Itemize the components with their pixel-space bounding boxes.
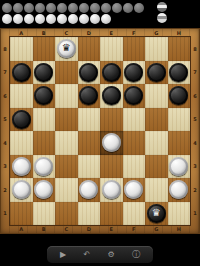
square-e6[interactable] — [100, 84, 123, 108]
info-button[interactable]: ⓘ — [132, 251, 140, 259]
white-man-token — [46, 14, 56, 24]
square-b8[interactable] — [33, 37, 56, 61]
square-h3[interactable] — [168, 155, 191, 179]
square-f7[interactable] — [123, 61, 146, 85]
file-label-b: B — [33, 225, 56, 233]
square-f6[interactable] — [123, 84, 146, 108]
white-man-token — [90, 14, 100, 24]
white-men-counter — [2, 14, 111, 24]
square-e7[interactable] — [100, 61, 123, 85]
king-counters — [157, 2, 167, 23]
black-man[interactable] — [102, 86, 121, 105]
black-man-token — [123, 3, 133, 13]
square-c2[interactable] — [55, 178, 78, 202]
rank-label-7: 7 — [1, 61, 9, 85]
white-man-token — [2, 14, 12, 24]
square-c3[interactable] — [55, 155, 78, 179]
square-e4[interactable] — [100, 131, 123, 155]
square-f3[interactable] — [123, 155, 146, 179]
square-h6[interactable] — [168, 84, 191, 108]
black-man-token — [101, 3, 111, 13]
square-g7[interactable] — [145, 61, 168, 85]
rank-label-5: 5 — [1, 108, 9, 132]
square-a1[interactable] — [10, 202, 33, 226]
rank-label-8: 8 — [191, 37, 199, 61]
square-a4[interactable] — [10, 131, 33, 155]
square-f2[interactable] — [123, 178, 146, 202]
piece-count-tray — [0, 0, 200, 27]
square-a8[interactable] — [10, 37, 33, 61]
square-c4[interactable] — [55, 131, 78, 155]
square-g5[interactable] — [145, 108, 168, 132]
rank-label-1: 1 — [1, 202, 9, 226]
undo-icon: ↶ — [83, 251, 90, 259]
white-man-token — [101, 14, 111, 24]
board-grid: ♛♛ — [10, 37, 190, 225]
square-c6[interactable] — [55, 84, 78, 108]
white-man[interactable] — [102, 180, 121, 199]
black-man[interactable] — [79, 86, 98, 105]
white-man[interactable] — [169, 157, 188, 176]
square-f1[interactable] — [123, 202, 146, 226]
file-label-e: E — [100, 225, 123, 233]
play-icon: ▶ — [60, 251, 66, 259]
black-man[interactable] — [102, 63, 121, 82]
file-label-a: A — [10, 29, 33, 37]
square-d6[interactable] — [78, 84, 101, 108]
file-labels-bottom: ABCDEFGH — [10, 225, 190, 233]
square-e8[interactable] — [100, 37, 123, 61]
file-label-c: C — [55, 225, 78, 233]
white-man[interactable] — [124, 180, 143, 199]
black-man-token — [134, 3, 144, 13]
black-man[interactable] — [34, 86, 53, 105]
file-label-c: C — [55, 29, 78, 37]
black-man[interactable] — [169, 63, 188, 82]
square-e2[interactable] — [100, 178, 123, 202]
black-men-counter — [2, 3, 144, 13]
square-d2[interactable] — [78, 178, 101, 202]
square-a6[interactable] — [10, 84, 33, 108]
black-man[interactable] — [12, 63, 31, 82]
rank-label-7: 7 — [191, 61, 199, 85]
black-man-token — [46, 3, 56, 13]
square-d3[interactable] — [78, 155, 101, 179]
settings-button[interactable]: ⚙ — [107, 251, 114, 259]
info-icon: ⓘ — [132, 251, 140, 259]
square-e1[interactable] — [100, 202, 123, 226]
square-d7[interactable] — [78, 61, 101, 85]
rank-label-8: 8 — [1, 37, 9, 61]
square-b2[interactable] — [33, 178, 56, 202]
black-man-token — [90, 3, 100, 13]
black-man[interactable] — [12, 110, 31, 129]
rank-label-3: 3 — [1, 155, 9, 179]
black-man-token — [57, 3, 67, 13]
black-man-token — [24, 3, 34, 13]
square-d5[interactable] — [78, 108, 101, 132]
white-man[interactable] — [34, 157, 53, 176]
black-man-token — [35, 3, 45, 13]
square-g4[interactable] — [145, 131, 168, 155]
file-label-g: G — [145, 29, 168, 37]
file-label-d: D — [78, 225, 101, 233]
black-man[interactable] — [79, 63, 98, 82]
settings-icon: ⚙ — [107, 251, 114, 259]
file-labels-top: ABCDEFGH — [10, 29, 190, 37]
square-b3[interactable] — [33, 155, 56, 179]
crown-icon: ♛ — [62, 43, 71, 53]
file-label-f: F — [123, 29, 146, 37]
white-man[interactable] — [79, 180, 98, 199]
square-e5[interactable] — [100, 108, 123, 132]
square-a2[interactable] — [10, 178, 33, 202]
rank-labels-left: 87654321 — [1, 37, 9, 225]
white-man[interactable] — [169, 180, 188, 199]
file-label-h: H — [168, 225, 191, 233]
play-button[interactable]: ▶ — [60, 251, 66, 259]
square-h1[interactable] — [168, 202, 191, 226]
black-man[interactable] — [124, 63, 143, 82]
white-man-token — [35, 14, 45, 24]
rank-label-4: 4 — [191, 131, 199, 155]
square-a7[interactable] — [10, 61, 33, 85]
rank-label-6: 6 — [1, 84, 9, 108]
white-man[interactable] — [12, 157, 31, 176]
rank-label-2: 2 — [191, 178, 199, 202]
square-g6[interactable] — [145, 84, 168, 108]
black-king[interactable]: ♛ — [147, 204, 166, 223]
white-king[interactable]: ♛ — [57, 39, 76, 58]
white-man[interactable] — [12, 180, 31, 199]
square-g3[interactable] — [145, 155, 168, 179]
square-f4[interactable] — [123, 131, 146, 155]
square-b1[interactable] — [33, 202, 56, 226]
square-f5[interactable] — [123, 108, 146, 132]
square-h5[interactable] — [168, 108, 191, 132]
square-h7[interactable] — [168, 61, 191, 85]
square-h4[interactable] — [168, 131, 191, 155]
rank-label-6: 6 — [191, 84, 199, 108]
file-label-b: B — [33, 29, 56, 37]
white-man-token — [24, 14, 34, 24]
black-man[interactable] — [34, 63, 53, 82]
square-a3[interactable] — [10, 155, 33, 179]
black-man-token — [68, 3, 78, 13]
rank-label-4: 4 — [1, 131, 9, 155]
white-man-token — [57, 14, 67, 24]
square-b5[interactable] — [33, 108, 56, 132]
black-king-token — [157, 2, 167, 12]
file-label-f: F — [123, 225, 146, 233]
board: ABCDEFGH ABCDEFGH 87654321 87654321 ♛♛ — [0, 28, 200, 234]
file-label-d: D — [78, 29, 101, 37]
square-d8[interactable] — [78, 37, 101, 61]
white-man-token — [79, 14, 89, 24]
black-man-token — [112, 3, 122, 13]
file-label-a: A — [10, 225, 33, 233]
file-label-h: H — [168, 29, 191, 37]
rank-label-1: 1 — [191, 202, 199, 226]
square-g1[interactable]: ♛ — [145, 202, 168, 226]
square-c5[interactable] — [55, 108, 78, 132]
rank-labels-right: 87654321 — [191, 37, 199, 225]
square-g2[interactable] — [145, 178, 168, 202]
square-c1[interactable] — [55, 202, 78, 226]
black-man-token — [79, 3, 89, 13]
white-man[interactable] — [34, 180, 53, 199]
black-man[interactable] — [147, 63, 166, 82]
square-b6[interactable] — [33, 84, 56, 108]
square-a5[interactable] — [10, 108, 33, 132]
square-h8[interactable] — [168, 37, 191, 61]
white-man[interactable] — [102, 133, 121, 152]
crown-icon: ♛ — [152, 208, 161, 218]
square-b4[interactable] — [33, 131, 56, 155]
file-label-e: E — [100, 29, 123, 37]
rank-label-3: 3 — [191, 155, 199, 179]
black-man-token — [13, 3, 23, 13]
rank-label-5: 5 — [191, 108, 199, 132]
square-c7[interactable] — [55, 61, 78, 85]
black-man[interactable] — [169, 86, 188, 105]
square-d1[interactable] — [78, 202, 101, 226]
white-man-token — [13, 14, 23, 24]
white-king-token — [157, 13, 167, 23]
square-d4[interactable] — [78, 131, 101, 155]
square-b7[interactable] — [33, 61, 56, 85]
square-g8[interactable] — [145, 37, 168, 61]
black-man-token — [2, 3, 12, 13]
rank-label-2: 2 — [1, 178, 9, 202]
file-label-g: G — [145, 225, 168, 233]
black-man[interactable] — [124, 86, 143, 105]
square-c8[interactable]: ♛ — [55, 37, 78, 61]
square-f8[interactable] — [123, 37, 146, 61]
undo-button[interactable]: ↶ — [83, 251, 90, 259]
white-man-token — [68, 14, 78, 24]
square-e3[interactable] — [100, 155, 123, 179]
game-toolbar: ▶↶⚙ⓘ — [47, 246, 153, 263]
square-h2[interactable] — [168, 178, 191, 202]
